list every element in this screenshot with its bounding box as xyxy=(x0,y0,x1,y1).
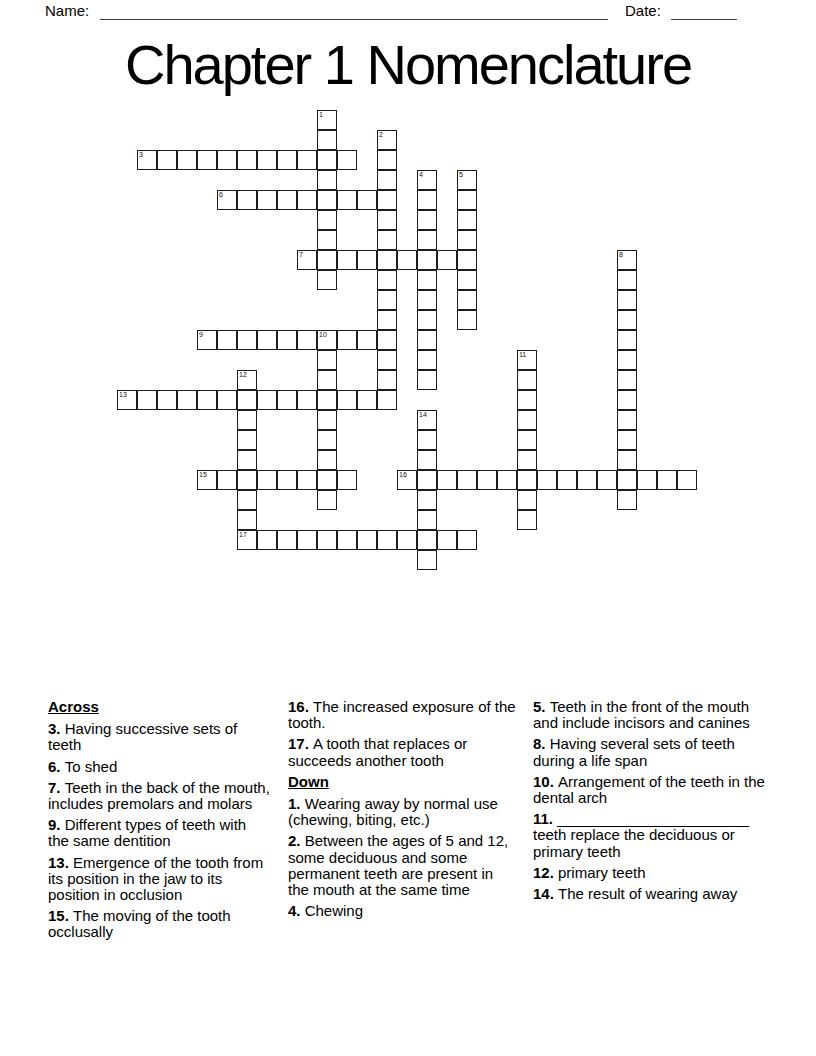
grid-cell xyxy=(157,150,177,170)
grid-cell xyxy=(377,330,397,350)
grid-cell xyxy=(617,490,637,510)
clue-column-1: Across3. Having successive sets of teeth… xyxy=(48,699,270,946)
grid-cell xyxy=(377,270,397,290)
clue-number: 8. xyxy=(533,735,550,752)
grid-cell xyxy=(557,470,577,490)
grid-cell: 5 xyxy=(457,170,477,190)
grid-cell xyxy=(277,530,297,550)
grid-cell xyxy=(517,370,537,390)
clue-across-3: 3. Having successive sets of teeth xyxy=(48,721,270,753)
clue-number: 3 xyxy=(139,150,143,159)
grid-cell xyxy=(517,450,537,470)
grid-cell xyxy=(377,250,397,270)
clue-column-2: 16. The increased exposure of the tooth.… xyxy=(288,699,516,924)
grid-cell xyxy=(617,470,637,490)
clue-number: 16 xyxy=(399,470,407,479)
clue-number: 12 xyxy=(239,370,247,379)
clue-down-12: 12. primary teeth xyxy=(533,865,771,881)
grid-cell xyxy=(257,390,277,410)
grid-cell xyxy=(417,290,437,310)
grid-cell xyxy=(537,470,557,490)
grid-cell: 1 xyxy=(317,110,337,130)
grid-cell xyxy=(237,330,257,350)
grid-cell xyxy=(617,290,637,310)
name-blank-line xyxy=(100,2,608,20)
grid-cell xyxy=(317,230,337,250)
grid-cell xyxy=(297,390,317,410)
grid-cell xyxy=(377,190,397,210)
grid-cell xyxy=(417,510,437,530)
clue-number: 2. xyxy=(288,832,305,849)
grid-cell xyxy=(357,190,377,210)
clue-down-5: 5. Teeth in the front of the mouth and i… xyxy=(533,699,771,731)
grid-cell xyxy=(417,530,437,550)
clue-across-13: 13. Emergence of the tooth from its posi… xyxy=(48,855,270,904)
grid-cell xyxy=(417,330,437,350)
grid-cell xyxy=(617,330,637,350)
grid-cell xyxy=(377,310,397,330)
grid-cell xyxy=(457,250,477,270)
grid-cell xyxy=(437,250,457,270)
clue-number: 10 xyxy=(319,330,327,339)
grid-cell xyxy=(457,210,477,230)
grid-cell xyxy=(417,350,437,370)
grid-cell: 6 xyxy=(217,190,237,210)
grid-cell xyxy=(457,470,477,490)
clue-down-10: 10. Arrangement of the teeth in the dent… xyxy=(533,774,771,806)
grid-cell xyxy=(317,250,337,270)
grid-cell xyxy=(497,470,517,490)
grid-cell xyxy=(317,170,337,190)
grid-cell xyxy=(317,210,337,230)
grid-cell xyxy=(417,450,437,470)
grid-cell xyxy=(397,250,417,270)
grid-cell xyxy=(177,150,197,170)
grid-cell xyxy=(337,390,357,410)
across-header: Across xyxy=(48,699,270,715)
grid-cell xyxy=(377,530,397,550)
clue-across-16: 16. The increased exposure of the tooth. xyxy=(288,699,516,731)
grid-cell xyxy=(617,350,637,370)
grid-cell xyxy=(337,330,357,350)
clue-column-3: 5. Teeth in the front of the mouth and i… xyxy=(533,699,771,907)
grid-cell xyxy=(217,470,237,490)
grid-cell xyxy=(257,330,277,350)
grid-cell xyxy=(377,170,397,190)
grid-cell xyxy=(317,410,337,430)
down-header: Down xyxy=(288,774,516,790)
grid-cell xyxy=(297,190,317,210)
grid-cell xyxy=(237,190,257,210)
grid-cell xyxy=(337,530,357,550)
grid-cell xyxy=(377,370,397,390)
grid-cell xyxy=(437,470,457,490)
grid-cell xyxy=(277,470,297,490)
grid-cell xyxy=(337,470,357,490)
grid-cell xyxy=(237,410,257,430)
grid-cell xyxy=(317,450,337,470)
grid-cell xyxy=(217,390,237,410)
grid-cell: 15 xyxy=(197,470,217,490)
grid-cell xyxy=(257,530,277,550)
grid-cell xyxy=(517,510,537,530)
grid-cell: 7 xyxy=(297,250,317,270)
clue-number: 17 xyxy=(239,530,247,539)
date-blank-line xyxy=(671,2,737,20)
clue-number: 10. xyxy=(533,773,558,790)
grid-cell: 13 xyxy=(117,390,137,410)
grid-cell xyxy=(457,230,477,250)
clue-number: 15 xyxy=(199,470,207,479)
grid-cell xyxy=(637,470,657,490)
grid-cell xyxy=(297,330,317,350)
clue-number: 5 xyxy=(459,170,463,179)
clue-number: 14 xyxy=(419,410,427,419)
clue-number: 8 xyxy=(619,250,623,259)
clue-number: 9. xyxy=(48,816,65,833)
grid-cell: 3 xyxy=(137,150,157,170)
grid-cell xyxy=(617,370,637,390)
grid-cell xyxy=(297,470,317,490)
grid-cell xyxy=(377,230,397,250)
clue-number: 15. xyxy=(48,907,73,924)
grid-cell xyxy=(377,210,397,230)
grid-cell: 2 xyxy=(377,130,397,150)
worksheet-page: Name: Date: Chapter 1 Nomenclature 12345… xyxy=(0,0,816,1056)
grid-cell xyxy=(317,270,337,290)
grid-cell xyxy=(457,310,477,330)
grid-cell xyxy=(317,390,337,410)
grid-cell xyxy=(577,470,597,490)
grid-cell xyxy=(517,490,537,510)
grid-cell xyxy=(197,390,217,410)
grid-cell xyxy=(357,250,377,270)
clue-number: 4 xyxy=(419,170,423,179)
grid-cell xyxy=(197,150,217,170)
clue-down-1: 1. Wearing away by normal use (chewing, … xyxy=(288,796,516,828)
clue-number: 1 xyxy=(319,110,323,119)
grid-cell xyxy=(237,470,257,490)
clue-down-11: 11. _______________________ teeth replac… xyxy=(533,811,771,860)
clue-number: 4. xyxy=(288,902,305,919)
grid-cell xyxy=(217,330,237,350)
grid-cell xyxy=(417,270,437,290)
grid-cell xyxy=(277,190,297,210)
clue-number: 6. xyxy=(48,758,65,775)
grid-cell: 8 xyxy=(617,250,637,270)
grid-cell xyxy=(457,530,477,550)
grid-cell xyxy=(417,210,437,230)
clue-number: 13 xyxy=(119,390,127,399)
grid-cell xyxy=(237,490,257,510)
grid-cell xyxy=(617,410,637,430)
grid-cell xyxy=(317,370,337,390)
grid-cell xyxy=(417,190,437,210)
grid-cell: 4 xyxy=(417,170,437,190)
grid-cell xyxy=(617,390,637,410)
grid-cell xyxy=(257,150,277,170)
grid-cell xyxy=(277,150,297,170)
grid-cell xyxy=(457,190,477,210)
grid-cell xyxy=(417,490,437,510)
clue-number: 12. xyxy=(533,864,558,881)
clue-number: 11. xyxy=(533,810,557,827)
grid-cell xyxy=(157,390,177,410)
clue-number: 9 xyxy=(199,330,203,339)
grid-cell xyxy=(417,230,437,250)
grid-cell xyxy=(417,550,437,570)
clue-down-14: 14. The result of wearing away xyxy=(533,886,771,902)
grid-cell xyxy=(237,430,257,450)
grid-cell xyxy=(597,470,617,490)
grid-cell xyxy=(617,310,637,330)
grid-cell xyxy=(417,370,437,390)
grid-cell xyxy=(417,430,437,450)
grid-cell xyxy=(317,190,337,210)
clue-number: 16. xyxy=(288,698,313,715)
clue-across-7: 7. Teeth in the back of the mouth, inclu… xyxy=(48,780,270,812)
clue-number: 17. xyxy=(288,735,313,752)
grid-cell xyxy=(177,390,197,410)
clue-across-17: 17. A tooth that replaces or succeeds an… xyxy=(288,736,516,768)
grid-cell: 10 xyxy=(317,330,337,350)
grid-cell xyxy=(457,290,477,310)
grid-cell xyxy=(517,430,537,450)
page-title: Chapter 1 Nomenclature xyxy=(0,36,816,95)
clue-number: 2 xyxy=(379,130,383,139)
grid-cell: 12 xyxy=(237,370,257,390)
grid-cell xyxy=(317,150,337,170)
grid-cell xyxy=(617,430,637,450)
name-label: Name: xyxy=(45,2,89,19)
grid-cell xyxy=(517,470,537,490)
grid-cell: 16 xyxy=(397,470,417,490)
clue-across-9: 9. Different types of teeth with the sam… xyxy=(48,817,270,849)
clue-number: 6 xyxy=(219,190,223,199)
grid-cell: 11 xyxy=(517,350,537,370)
grid-cell xyxy=(317,430,337,450)
clue-down-2: 2. Between the ages of 5 and 12, some de… xyxy=(288,833,516,898)
grid-cell xyxy=(377,290,397,310)
clue-number: 13. xyxy=(48,854,73,871)
clue-number: 1. xyxy=(288,795,305,812)
grid-cell xyxy=(317,470,337,490)
grid-cell xyxy=(337,150,357,170)
clue-number: 5. xyxy=(533,698,550,715)
grid-cell xyxy=(217,150,237,170)
grid-cell xyxy=(677,470,697,490)
clue-number: 3. xyxy=(48,720,65,737)
grid-cell xyxy=(257,190,277,210)
grid-cell xyxy=(317,130,337,150)
grid-cell xyxy=(417,310,437,330)
grid-cell xyxy=(437,530,457,550)
grid-cell: 17 xyxy=(237,530,257,550)
grid-cell xyxy=(237,450,257,470)
clue-down-4: 4. Chewing xyxy=(288,903,516,919)
grid-cell xyxy=(517,390,537,410)
grid-cell xyxy=(457,270,477,290)
grid-cell xyxy=(477,470,497,490)
grid-cell xyxy=(617,450,637,470)
grid-cell xyxy=(357,390,377,410)
grid-cell xyxy=(417,250,437,270)
grid-cell xyxy=(237,390,257,410)
grid-cell xyxy=(417,470,437,490)
grid-cell xyxy=(277,390,297,410)
grid-cell xyxy=(317,350,337,370)
grid-cell xyxy=(657,470,677,490)
grid-cell xyxy=(277,330,297,350)
grid-cell xyxy=(357,530,377,550)
clue-number: 7 xyxy=(299,250,303,259)
clue-number: 14. xyxy=(533,885,558,902)
grid-cell xyxy=(617,270,637,290)
grid-cell xyxy=(377,350,397,370)
grid-cell xyxy=(317,490,337,510)
crossword-grid: 1234567891011121314151617 xyxy=(117,110,697,570)
grid-cell xyxy=(337,250,357,270)
clue-across-15: 15. The moving of the tooth occlusally xyxy=(48,908,270,940)
grid-cell: 9 xyxy=(197,330,217,350)
grid-cell xyxy=(377,390,397,410)
grid-cell xyxy=(357,330,377,350)
clue-down-8: 8. Having several sets of teeth during a… xyxy=(533,736,771,768)
grid-cell xyxy=(297,150,317,170)
clue-number: 11 xyxy=(519,350,526,359)
grid-cell xyxy=(297,530,317,550)
grid-cell xyxy=(257,470,277,490)
clue-number: 7. xyxy=(48,779,65,796)
grid-cell xyxy=(377,150,397,170)
grid-cell xyxy=(317,530,337,550)
date-label: Date: xyxy=(625,2,661,19)
grid-cell: 14 xyxy=(417,410,437,430)
grid-cell xyxy=(517,410,537,430)
clue-across-6: 6. To shed xyxy=(48,759,270,775)
grid-cell xyxy=(137,390,157,410)
grid-cell xyxy=(237,510,257,530)
grid-cell xyxy=(397,530,417,550)
grid-cell xyxy=(237,150,257,170)
grid-cell xyxy=(337,190,357,210)
